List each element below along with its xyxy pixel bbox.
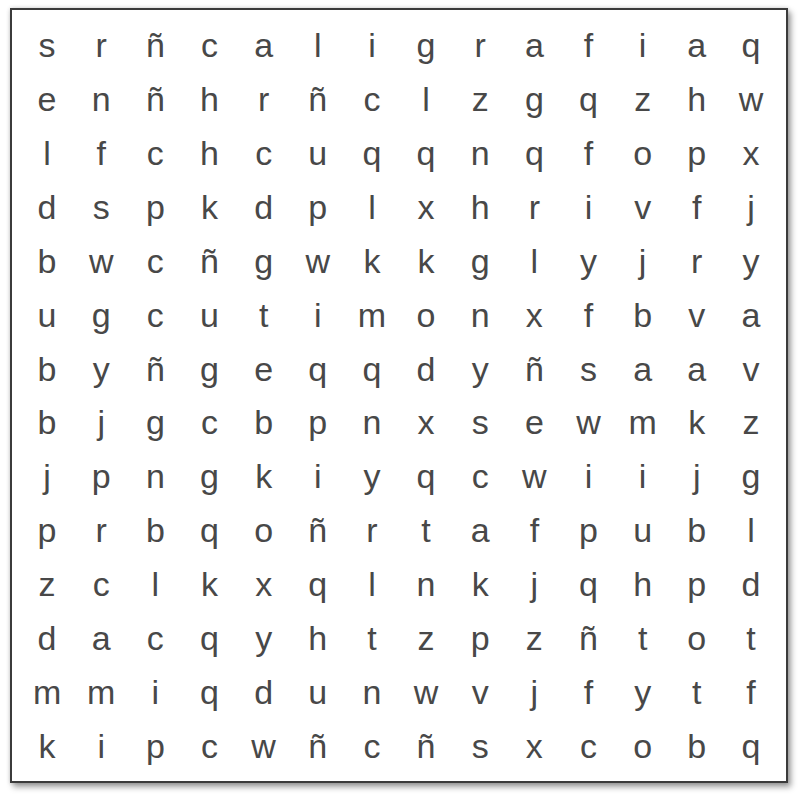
grid-cell[interactable]: j — [724, 180, 778, 234]
grid-cell[interactable]: q — [345, 342, 399, 396]
grid-cell[interactable]: c — [128, 611, 182, 665]
grid-cell[interactable]: a — [616, 342, 670, 396]
grid-cell[interactable]: q — [399, 126, 453, 180]
grid-cell[interactable]: n — [74, 72, 128, 126]
grid-cell[interactable]: n — [399, 557, 453, 611]
grid-cell[interactable]: r — [74, 503, 128, 557]
grid-cell[interactable]: a — [74, 611, 128, 665]
grid-cell[interactable]: f — [561, 288, 615, 342]
grid-cell[interactable]: d — [237, 180, 291, 234]
grid-cell[interactable]: z — [453, 72, 507, 126]
grid-cell[interactable]: i — [616, 18, 670, 72]
grid-cell[interactable]: x — [237, 557, 291, 611]
grid-cell[interactable]: x — [724, 126, 778, 180]
grid-cell[interactable]: q — [724, 719, 778, 773]
grid-cell[interactable]: ñ — [291, 72, 345, 126]
grid-cell[interactable]: ñ — [291, 503, 345, 557]
grid-cell[interactable]: y — [74, 342, 128, 396]
grid-cell[interactable]: n — [345, 395, 399, 449]
grid-cell[interactable]: u — [616, 503, 670, 557]
grid-cell[interactable]: ñ — [561, 611, 615, 665]
grid-cell[interactable]: g — [182, 449, 236, 503]
grid-cell[interactable]: y — [345, 449, 399, 503]
grid-cell[interactable]: q — [399, 449, 453, 503]
grid-cell[interactable]: i — [561, 449, 615, 503]
grid-cell[interactable]: b — [670, 503, 724, 557]
grid-cell[interactable]: g — [399, 18, 453, 72]
grid-cell[interactable]: f — [670, 180, 724, 234]
grid-cell[interactable]: d — [237, 665, 291, 719]
grid-cell[interactable]: p — [670, 126, 724, 180]
grid-cell[interactable]: c — [345, 72, 399, 126]
grid-cell[interactable]: l — [20, 126, 74, 180]
grid-cell[interactable]: b — [616, 288, 670, 342]
grid-cell[interactable]: w — [724, 72, 778, 126]
grid-cell[interactable]: x — [507, 719, 561, 773]
grid-cell[interactable]: q — [561, 72, 615, 126]
grid-cell[interactable]: f — [561, 126, 615, 180]
grid-cell[interactable]: j — [20, 449, 74, 503]
grid-cell[interactable]: d — [399, 342, 453, 396]
grid-cell[interactable]: p — [670, 557, 724, 611]
grid-cell[interactable]: a — [724, 288, 778, 342]
grid-cell[interactable]: g — [237, 234, 291, 288]
grid-cell[interactable]: q — [561, 557, 615, 611]
grid-cell[interactable]: n — [345, 665, 399, 719]
grid-cell[interactable]: q — [291, 342, 345, 396]
grid-cell[interactable]: l — [399, 72, 453, 126]
grid-cell[interactable]: u — [182, 288, 236, 342]
grid-cell[interactable]: w — [507, 449, 561, 503]
grid-cell[interactable]: t — [345, 611, 399, 665]
grid-cell[interactable]: w — [74, 234, 128, 288]
grid-cell[interactable]: ñ — [128, 72, 182, 126]
grid-cell[interactable]: n — [128, 449, 182, 503]
grid-cell[interactable]: r — [345, 503, 399, 557]
grid-cell[interactable]: e — [507, 395, 561, 449]
grid-cell[interactable]: n — [453, 126, 507, 180]
grid-cell[interactable]: ñ — [507, 342, 561, 396]
grid-cell[interactable]: ñ — [128, 342, 182, 396]
grid-cell[interactable]: g — [724, 449, 778, 503]
grid-cell[interactable]: q — [182, 665, 236, 719]
grid-cell[interactable]: b — [20, 342, 74, 396]
grid-cell[interactable]: i — [616, 449, 670, 503]
grid-cell[interactable]: b — [237, 395, 291, 449]
grid-cell[interactable]: ñ — [182, 234, 236, 288]
grid-cell[interactable]: r — [670, 234, 724, 288]
grid-cell[interactable]: o — [399, 288, 453, 342]
grid-cell[interactable]: ñ — [399, 719, 453, 773]
grid-cell[interactable]: p — [291, 395, 345, 449]
word-search-page: srñcaligrafiaqenñhrñclzgqzhwlfchcuqqnqfo… — [0, 0, 800, 797]
grid-cell[interactable]: f — [507, 503, 561, 557]
grid-cell[interactable]: c — [182, 18, 236, 72]
grid-cell[interactable]: k — [182, 180, 236, 234]
grid-cell[interactable]: p — [128, 180, 182, 234]
grid-cell[interactable]: u — [291, 126, 345, 180]
grid-cell[interactable]: c — [182, 395, 236, 449]
grid-cell[interactable]: g — [182, 342, 236, 396]
grid-cell[interactable]: f — [74, 126, 128, 180]
grid-cell[interactable]: z — [616, 72, 670, 126]
grid-cell[interactable]: j — [507, 557, 561, 611]
grid-cell[interactable]: s — [561, 342, 615, 396]
grid-cell[interactable]: f — [561, 665, 615, 719]
grid-cell[interactable]: s — [74, 180, 128, 234]
grid-cell[interactable]: q — [182, 503, 236, 557]
grid-cell[interactable]: w — [237, 719, 291, 773]
grid-cell[interactable]: v — [670, 288, 724, 342]
grid-cell[interactable]: i — [345, 18, 399, 72]
grid-cell[interactable]: p — [128, 719, 182, 773]
grid-cell[interactable]: c — [561, 719, 615, 773]
grid-cell[interactable]: e — [20, 72, 74, 126]
grid-cell[interactable]: i — [128, 665, 182, 719]
grid-cell[interactable]: ñ — [128, 18, 182, 72]
grid-cell[interactable]: i — [291, 288, 345, 342]
grid-cell[interactable]: r — [507, 180, 561, 234]
grid-cell[interactable]: l — [507, 234, 561, 288]
grid-cell[interactable]: f — [724, 665, 778, 719]
grid-cell[interactable]: m — [345, 288, 399, 342]
grid-cell[interactable]: b — [20, 234, 74, 288]
grid-cell[interactable]: o — [237, 503, 291, 557]
grid-cell[interactable]: w — [291, 234, 345, 288]
grid-cell[interactable]: a — [670, 342, 724, 396]
grid-cell[interactable]: q — [291, 557, 345, 611]
grid-cell[interactable]: z — [20, 557, 74, 611]
grid-cell[interactable]: a — [453, 503, 507, 557]
grid-cell[interactable]: f — [561, 18, 615, 72]
grid-cell[interactable]: w — [561, 395, 615, 449]
grid-cell[interactable]: b — [128, 503, 182, 557]
grid-cell[interactable]: k — [399, 234, 453, 288]
grid-cell[interactable]: p — [453, 611, 507, 665]
grid-cell[interactable]: c — [345, 719, 399, 773]
grid-cell[interactable]: o — [670, 611, 724, 665]
grid-cell[interactable]: d — [20, 180, 74, 234]
grid-cell[interactable]: z — [724, 395, 778, 449]
grid-cell[interactable]: s — [453, 395, 507, 449]
grid-cell[interactable]: i — [291, 449, 345, 503]
grid-cell[interactable]: k — [670, 395, 724, 449]
grid-cell[interactable]: t — [616, 611, 670, 665]
grid-cell[interactable]: h — [453, 180, 507, 234]
grid-cell[interactable]: j — [507, 665, 561, 719]
grid-cell[interactable]: x — [399, 180, 453, 234]
grid-cell[interactable]: w — [399, 665, 453, 719]
grid-cell[interactable]: g — [74, 288, 128, 342]
grid-cell[interactable]: l — [128, 557, 182, 611]
grid-cell[interactable]: h — [616, 557, 670, 611]
grid-cell[interactable]: p — [291, 180, 345, 234]
grid-cell[interactable]: o — [616, 126, 670, 180]
grid-cell[interactable]: c — [453, 449, 507, 503]
grid-cell[interactable]: x — [399, 395, 453, 449]
grid-cell[interactable]: c — [237, 126, 291, 180]
grid-cell[interactable]: d — [20, 611, 74, 665]
grid-cell[interactable]: l — [724, 503, 778, 557]
grid-cell[interactable]: k — [20, 719, 74, 773]
grid-cell[interactable]: q — [507, 126, 561, 180]
grid-cell[interactable]: z — [399, 611, 453, 665]
grid-cell[interactable]: p — [74, 449, 128, 503]
grid-cell[interactable]: p — [20, 503, 74, 557]
grid-cell[interactable]: c — [128, 288, 182, 342]
grid-cell[interactable]: a — [507, 18, 561, 72]
grid-cell[interactable]: g — [507, 72, 561, 126]
grid-cell[interactable]: k — [453, 557, 507, 611]
grid-cell[interactable]: y — [724, 234, 778, 288]
grid-cell[interactable]: h — [182, 72, 236, 126]
grid-cell[interactable]: b — [20, 395, 74, 449]
grid-cell[interactable]: j — [74, 395, 128, 449]
grid-cell[interactable]: l — [345, 180, 399, 234]
grid-cell[interactable]: l — [291, 18, 345, 72]
grid-cell[interactable]: t — [724, 611, 778, 665]
grid-cell[interactable]: s — [453, 719, 507, 773]
grid-cell[interactable]: c — [74, 557, 128, 611]
grid-cell[interactable]: t — [399, 503, 453, 557]
grid-cell[interactable]: k — [345, 234, 399, 288]
grid-cell[interactable]: v — [616, 180, 670, 234]
grid-cell[interactable]: u — [20, 288, 74, 342]
grid-cell[interactable]: h — [182, 126, 236, 180]
grid-cell[interactable]: v — [453, 665, 507, 719]
grid-cell[interactable]: a — [670, 18, 724, 72]
grid-cell[interactable]: c — [182, 719, 236, 773]
grid-cell[interactable]: i — [561, 180, 615, 234]
grid-cell[interactable]: t — [670, 665, 724, 719]
grid-cell[interactable]: p — [561, 503, 615, 557]
grid-cell[interactable]: y — [453, 342, 507, 396]
grid-cell[interactable]: e — [237, 342, 291, 396]
grid-cell[interactable]: m — [74, 665, 128, 719]
grid-cell[interactable]: c — [128, 234, 182, 288]
grid-cell[interactable]: y — [561, 234, 615, 288]
grid-cell[interactable]: s — [20, 18, 74, 72]
grid-cell[interactable]: n — [453, 288, 507, 342]
grid-cell[interactable]: i — [74, 719, 128, 773]
grid-cell[interactable]: k — [182, 557, 236, 611]
grid-cell[interactable]: r — [237, 72, 291, 126]
grid-cell[interactable]: m — [20, 665, 74, 719]
grid-cell[interactable]: q — [345, 126, 399, 180]
grid-cell[interactable]: d — [724, 557, 778, 611]
grid-cell[interactable]: o — [616, 719, 670, 773]
grid-cell[interactable]: r — [453, 18, 507, 72]
grid-cell[interactable]: ñ — [291, 719, 345, 773]
grid-cell[interactable]: y — [237, 611, 291, 665]
grid-cell[interactable]: q — [182, 611, 236, 665]
grid-cell[interactable]: m — [616, 395, 670, 449]
grid-cell[interactable]: l — [345, 557, 399, 611]
grid-cell[interactable]: k — [237, 449, 291, 503]
grid-cell[interactable]: c — [128, 126, 182, 180]
grid-cell[interactable]: x — [507, 288, 561, 342]
grid-cell[interactable]: g — [128, 395, 182, 449]
grid-cell[interactable]: v — [724, 342, 778, 396]
grid-cell[interactable]: r — [74, 18, 128, 72]
grid-cell[interactable]: q — [724, 18, 778, 72]
grid-cell[interactable]: t — [237, 288, 291, 342]
grid-cell[interactable]: u — [291, 665, 345, 719]
grid-cell[interactable]: a — [237, 18, 291, 72]
grid-cell[interactable]: h — [291, 611, 345, 665]
word-search-board: srñcaligrafiaqenñhrñclzgqzhwlfchcuqqnqfo… — [10, 8, 788, 783]
grid-cell[interactable]: z — [507, 611, 561, 665]
grid-cell[interactable]: y — [616, 665, 670, 719]
grid-cell[interactable]: h — [670, 72, 724, 126]
grid-cell[interactable]: g — [453, 234, 507, 288]
grid-cell[interactable]: b — [670, 719, 724, 773]
grid-cell[interactable]: j — [616, 234, 670, 288]
grid-cell[interactable]: j — [670, 449, 724, 503]
